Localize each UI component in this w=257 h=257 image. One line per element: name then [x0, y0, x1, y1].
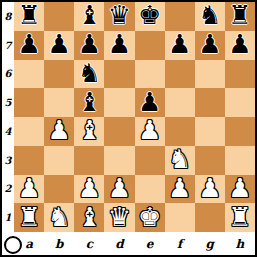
piece-white-king[interactable]: ♚ — [138, 204, 161, 230]
square-d7[interactable]: ♟ — [104, 31, 134, 60]
square-e8[interactable]: ♚ — [135, 2, 165, 31]
square-a7[interactable]: ♟ — [14, 31, 44, 60]
square-e2[interactable] — [135, 175, 165, 204]
piece-white-rook[interactable]: ♜ — [17, 204, 40, 230]
square-a8[interactable]: ♜ — [14, 2, 44, 31]
piece-black-rook[interactable]: ♜ — [17, 2, 40, 28]
square-b8[interactable] — [44, 2, 74, 31]
square-a3[interactable] — [14, 146, 44, 175]
square-a6[interactable] — [14, 60, 44, 89]
piece-black-bishop[interactable]: ♝ — [78, 89, 101, 115]
piece-white-pawn[interactable]: ♟ — [48, 117, 71, 143]
file-label-c: c — [74, 232, 104, 255]
square-h6[interactable] — [225, 60, 255, 89]
square-f1[interactable] — [165, 203, 195, 232]
file-label-f: f — [165, 232, 195, 255]
file-label-g: g — [195, 232, 225, 255]
square-c7[interactable]: ♟ — [74, 31, 104, 60]
square-c5[interactable]: ♝ — [74, 88, 104, 117]
square-b7[interactable]: ♟ — [44, 31, 74, 60]
square-f8[interactable] — [165, 2, 195, 31]
square-e5[interactable]: ♟ — [135, 88, 165, 117]
square-c6[interactable]: ♞ — [74, 60, 104, 89]
square-d2[interactable]: ♟ — [104, 175, 134, 204]
square-c8[interactable]: ♝ — [74, 2, 104, 31]
square-g1[interactable] — [195, 203, 225, 232]
piece-white-queen[interactable]: ♛ — [108, 204, 131, 230]
piece-white-bishop[interactable]: ♝ — [78, 117, 101, 143]
piece-black-pawn[interactable]: ♟ — [198, 31, 221, 57]
piece-white-bishop[interactable]: ♝ — [78, 204, 101, 230]
piece-white-pawn[interactable]: ♟ — [198, 175, 221, 201]
square-e3[interactable] — [135, 146, 165, 175]
rank-labels: 87654321 — [2, 2, 14, 232]
square-f3[interactable]: ♞ — [165, 146, 195, 175]
square-d1[interactable]: ♛ — [104, 203, 134, 232]
piece-white-pawn[interactable]: ♟ — [108, 175, 131, 201]
piece-white-knight[interactable]: ♞ — [168, 146, 191, 172]
rank-label-2: 2 — [2, 175, 14, 204]
piece-white-knight[interactable]: ♞ — [48, 204, 71, 230]
square-d6[interactable] — [104, 60, 134, 89]
file-label-b: b — [44, 232, 74, 255]
piece-black-pawn[interactable]: ♟ — [108, 31, 131, 57]
square-h7[interactable]: ♟ — [225, 31, 255, 60]
piece-black-knight[interactable]: ♞ — [198, 2, 221, 28]
square-e1[interactable]: ♚ — [135, 203, 165, 232]
square-b3[interactable] — [44, 146, 74, 175]
rank-label-1: 1 — [2, 203, 14, 232]
rank-label-4: 4 — [2, 117, 14, 146]
square-g8[interactable]: ♞ — [195, 2, 225, 31]
piece-white-pawn[interactable]: ♟ — [168, 175, 191, 201]
square-h8[interactable]: ♜ — [225, 2, 255, 31]
square-g2[interactable]: ♟ — [195, 175, 225, 204]
square-d8[interactable]: ♛ — [104, 2, 134, 31]
piece-white-pawn[interactable]: ♟ — [78, 175, 101, 201]
square-a4[interactable] — [14, 117, 44, 146]
square-f6[interactable] — [165, 60, 195, 89]
square-h5[interactable] — [225, 88, 255, 117]
square-h2[interactable]: ♟ — [225, 175, 255, 204]
rank-label-6: 6 — [2, 60, 14, 89]
piece-white-pawn[interactable]: ♟ — [228, 175, 251, 201]
square-g5[interactable] — [195, 88, 225, 117]
rank-label-7: 7 — [2, 31, 14, 60]
square-g3[interactable] — [195, 146, 225, 175]
piece-black-queen[interactable]: ♛ — [108, 2, 131, 28]
piece-black-pawn[interactable]: ♟ — [168, 31, 191, 57]
file-label-e: e — [135, 232, 165, 255]
square-b2[interactable] — [44, 175, 74, 204]
piece-white-rook[interactable]: ♜ — [228, 204, 251, 230]
square-f2[interactable]: ♟ — [165, 175, 195, 204]
file-label-h: h — [225, 232, 255, 255]
square-g6[interactable] — [195, 60, 225, 89]
piece-black-pawn[interactable]: ♟ — [48, 31, 71, 57]
square-b1[interactable]: ♞ — [44, 203, 74, 232]
square-f5[interactable] — [165, 88, 195, 117]
square-c2[interactable]: ♟ — [74, 175, 104, 204]
square-f7[interactable]: ♟ — [165, 31, 195, 60]
square-f4[interactable] — [165, 117, 195, 146]
square-h1[interactable]: ♜ — [225, 203, 255, 232]
file-labels: abcdefgh — [14, 232, 255, 255]
square-d4[interactable] — [104, 117, 134, 146]
piece-black-pawn[interactable]: ♟ — [17, 31, 40, 57]
chess-diagram: 87654321 ♜♝♛♚♞♜♟♟♟♟♟♟♟♞♝♟♟♝♟♞♟♟♟♟♟♟♜♞♝♛♚… — [0, 0, 257, 257]
piece-white-pawn[interactable]: ♟ — [17, 175, 40, 201]
piece-black-pawn[interactable]: ♟ — [78, 31, 101, 57]
piece-black-rook[interactable]: ♜ — [228, 2, 251, 28]
square-h3[interactable] — [225, 146, 255, 175]
turn-indicator-circle — [4, 236, 22, 254]
square-e6[interactable] — [135, 60, 165, 89]
square-d5[interactable] — [104, 88, 134, 117]
square-a5[interactable] — [14, 88, 44, 117]
rank-label-3: 3 — [2, 146, 14, 175]
rank-label-5: 5 — [2, 88, 14, 117]
square-b4[interactable]: ♟ — [44, 117, 74, 146]
square-e7[interactable] — [135, 31, 165, 60]
square-c3[interactable] — [74, 146, 104, 175]
file-label-d: d — [104, 232, 134, 255]
square-a1[interactable]: ♜ — [14, 203, 44, 232]
piece-black-bishop[interactable]: ♝ — [78, 2, 101, 28]
rank-label-8: 8 — [2, 2, 14, 31]
square-c1[interactable]: ♝ — [74, 203, 104, 232]
chess-board[interactable]: ♜♝♛♚♞♜♟♟♟♟♟♟♟♞♝♟♟♝♟♞♟♟♟♟♟♟♜♞♝♛♚♜ — [14, 2, 255, 232]
square-b5[interactable] — [44, 88, 74, 117]
square-b6[interactable] — [44, 60, 74, 89]
square-g4[interactable] — [195, 117, 225, 146]
square-a2[interactable]: ♟ — [14, 175, 44, 204]
square-g7[interactable]: ♟ — [195, 31, 225, 60]
piece-black-knight[interactable]: ♞ — [78, 60, 101, 86]
square-h4[interactable] — [225, 117, 255, 146]
piece-black-pawn[interactable]: ♟ — [138, 89, 161, 115]
piece-black-pawn[interactable]: ♟ — [228, 31, 251, 57]
square-d3[interactable] — [104, 146, 134, 175]
square-c4[interactable]: ♝ — [74, 117, 104, 146]
piece-white-pawn[interactable]: ♟ — [138, 117, 161, 143]
square-e4[interactable]: ♟ — [135, 117, 165, 146]
piece-black-king[interactable]: ♚ — [138, 2, 161, 28]
